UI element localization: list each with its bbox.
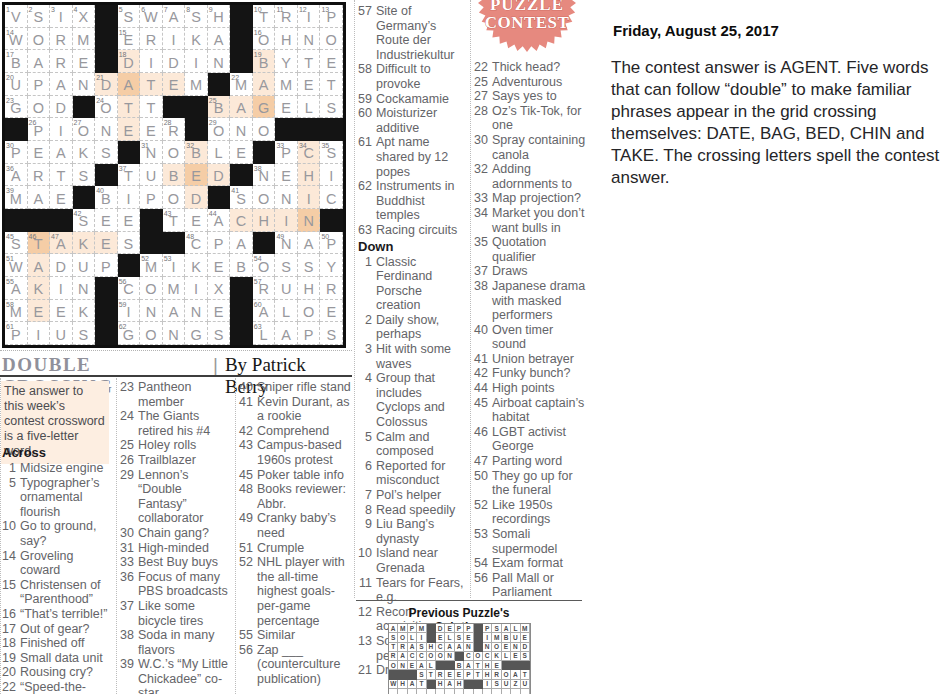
cell-number: 10 <box>254 5 262 14</box>
clue-text: Focus of many PBS broadcasts <box>138 570 232 599</box>
cell-r8c2: R <box>28 164 51 187</box>
cell-letter: S <box>191 9 201 25</box>
cell-r6c5: N <box>95 118 118 141</box>
clue-across-5: 5Typographer’s ornamental flourish <box>2 476 112 520</box>
clue-number: 59 <box>358 92 376 107</box>
prev-cell-r5c3: E <box>408 661 417 670</box>
cell-letter: O <box>145 327 156 343</box>
cell-r2c12: 16O <box>253 28 276 51</box>
prev-cell-r1c4: M <box>417 624 426 633</box>
clue-number: 38 <box>474 279 492 323</box>
cell-r3c10: N <box>208 50 231 73</box>
clue-number: 39 <box>120 657 138 694</box>
cell-letter: E <box>56 304 66 320</box>
clue-across-55: 55Similar <box>239 628 355 643</box>
cell-r3c5 <box>95 50 118 73</box>
clue-number: 15 <box>2 578 20 607</box>
cell-r13c5 <box>95 277 118 300</box>
clue-number: 14 <box>2 549 20 578</box>
cell-letter: T <box>327 77 336 93</box>
cell-letter: E <box>33 145 43 161</box>
clue-text: Typographer’s ornamental flourish <box>20 476 112 520</box>
cell-number: 50 <box>321 232 329 241</box>
cell-r1c14: 12I <box>298 5 321 28</box>
prev-cell-r6c10: T <box>474 670 483 679</box>
clue-number: 12 <box>358 605 376 634</box>
prev-cell-r6c7: E <box>445 670 454 679</box>
prev-cell-r2c7: L <box>445 633 454 642</box>
cell-r14c14: O <box>298 300 321 323</box>
prev-cell-r7c15: U <box>521 680 530 689</box>
cell-r8c10: D <box>208 164 231 187</box>
cell-r7c4: K <box>73 141 96 164</box>
prev-cell-r7c10 <box>474 680 483 689</box>
clue-text: Books reviewer: Abbr. <box>257 482 355 511</box>
clue-across-62: 62Instruments in Buddhist temples <box>358 179 468 223</box>
clue-text: Soda in many flavors <box>138 628 232 657</box>
cell-r13c10: X <box>208 277 231 300</box>
cell-r6c8: 28R <box>163 118 186 141</box>
cell-r1c10: 9H <box>208 5 231 28</box>
cell-number: 30 <box>6 141 14 150</box>
clue-down-9: 9Liu Bang’s dynasty <box>358 517 468 546</box>
clue-number: 22 <box>474 60 492 75</box>
clue-down-7: 7Pol’s helper <box>358 488 468 503</box>
cell-r4c14: E <box>298 73 321 96</box>
clue-across-43: 43Campus-based 1960s protest <box>239 438 355 467</box>
clue-text: Rousing cry? <box>20 665 112 680</box>
cell-r2c8: I <box>163 28 186 51</box>
cell-letter: H <box>258 213 268 229</box>
prev-cell-r1c13: A <box>502 624 511 633</box>
clue-text: Difficult to provoke <box>376 62 468 91</box>
cell-number: 21 <box>96 73 104 82</box>
clue-across-19: 19Small data unit <box>2 651 112 666</box>
cell-r2c7: R <box>140 28 163 51</box>
prev-cell-r5c11: H <box>483 661 492 670</box>
clue-number: 16 <box>2 607 20 622</box>
clue-text: Kevin Durant, as a rookie <box>257 395 355 424</box>
clue-text: Out of gear? <box>20 622 112 637</box>
clue-number: 35 <box>474 235 492 264</box>
prev-cell-r2c9: E <box>464 633 473 642</box>
cell-letter: I <box>126 191 130 207</box>
prev-cell-r4c13: L <box>502 652 511 661</box>
prev-cell-r3c10 <box>474 643 483 652</box>
cell-number: 3 <box>51 5 55 14</box>
cell-r6c2: 26P <box>28 118 51 141</box>
cell-number: 8 <box>186 5 190 14</box>
cell-r3c14: T <box>298 50 321 73</box>
prev-cell-r5c12: E <box>492 661 501 670</box>
clue-number: 25 <box>474 75 492 90</box>
across-header: Across <box>2 445 112 460</box>
cell-r8c4: S <box>73 164 96 187</box>
cell-letter: R <box>56 32 66 48</box>
cell-letter: E <box>281 100 291 116</box>
cell-number: 63 <box>254 322 262 331</box>
cell-r15c11 <box>230 322 253 345</box>
cell-letter: Y <box>281 55 291 71</box>
down-header: Down <box>358 239 468 254</box>
cell-r2c4: M <box>73 28 96 51</box>
previous-solution-clip: AMPMDEPPPSALMSOLIELSEIMBUETRASHCAANNOEND… <box>388 623 531 694</box>
cell-r9c6: I <box>118 186 141 209</box>
cell-r12c3: D <box>50 254 73 277</box>
clue-number: 56 <box>474 571 492 600</box>
clue-text: Pantheon member <box>138 380 232 409</box>
cell-number: 11 <box>276 5 283 14</box>
clue-number: 6 <box>358 459 376 488</box>
clue-number: 2 <box>358 313 376 342</box>
cell-r9c5: 40B <box>95 186 118 209</box>
clue-text: Group that includes Cyclops and Colossus <box>376 371 468 429</box>
prev-cell-r2c10 <box>474 633 483 642</box>
cell-letter: K <box>79 145 89 161</box>
clue-number: 20 <box>2 665 20 680</box>
cell-r9c12: O <box>253 186 276 209</box>
clue-across-42: 42Comprehend <box>239 424 355 439</box>
cell-r11c7 <box>140 232 163 255</box>
cell-letter: S <box>124 236 134 252</box>
prev-cell-r1c7: E <box>445 624 454 633</box>
cell-letter: P <box>33 77 43 93</box>
cell-letter: S <box>101 145 111 161</box>
column-divider <box>116 378 117 694</box>
prev-cell-r4c6: O <box>436 652 445 661</box>
cell-r15c3: U <box>50 322 73 345</box>
cell-r8c9: E <box>185 164 208 187</box>
previous-solution-grid: AMPMDEPPPSALMSOLIELSEIMBUETRASHCAANNOEND… <box>388 623 531 694</box>
cell-number: 33 <box>276 141 284 150</box>
prev-cell-r7c13: U <box>502 680 511 689</box>
cell-letter: Y <box>326 259 336 275</box>
prev-cell-r6c5: T <box>427 670 436 679</box>
prev-cell-r6c15: T <box>521 670 530 679</box>
across-clues-1: 1Midsize engine5Typographer’s ornamental… <box>2 461 112 694</box>
cell-r5c14: L <box>298 96 321 119</box>
cell-letter: E <box>191 213 201 229</box>
cell-r4c12: A <box>253 73 276 96</box>
cell-r12c15: Y <box>320 254 343 277</box>
cell-letter: I <box>59 281 63 297</box>
cell-r4c5: 21D <box>95 73 118 96</box>
previous-solution-rule <box>356 600 582 601</box>
prev-cell-r5c9: A <box>464 661 473 670</box>
cell-r11c15: 50P <box>320 232 343 255</box>
prev-cell-r4c8 <box>455 652 464 661</box>
cell-number: 22 <box>231 73 239 82</box>
cell-r3c3: R <box>50 50 73 73</box>
clue-down-10: 10Island near Grenada <box>358 546 468 575</box>
cell-letter: E <box>169 77 179 93</box>
cell-number: 35 <box>321 141 329 150</box>
prev-cell-r3c14: N <box>511 643 520 652</box>
cell-number: 48 <box>186 232 194 241</box>
cell-r6c11: N <box>230 118 253 141</box>
prev-cell-r4c12: K <box>492 652 501 661</box>
cell-number: 59 <box>119 300 127 309</box>
cell-r13c14: H <box>298 277 321 300</box>
cell-letter: K <box>191 259 201 275</box>
clue-number: 33 <box>474 191 492 206</box>
cell-r4c15: T <box>320 73 343 96</box>
prev-cell-r6c1 <box>389 670 398 679</box>
clue-text: They go up for the funeral <box>492 469 586 498</box>
cell-r1c2: 2S <box>28 5 51 28</box>
clue-down-56: 56Pall Mall or Parliament <box>474 571 586 600</box>
cell-r7c11: E <box>230 141 253 164</box>
cell-r6c15 <box>320 118 343 141</box>
clue-number: 7 <box>358 488 376 503</box>
cell-r4c4: N <box>73 73 96 96</box>
clue-number: 29 <box>120 468 138 526</box>
clue-across-36: 36Focus of many PBS broadcasts <box>120 570 232 599</box>
clue-across-33: 33Best Buy buys <box>120 555 232 570</box>
cell-letter: N <box>146 304 156 320</box>
clue-text: Map projection? <box>492 191 586 206</box>
cell-r5c12: G <box>253 96 276 119</box>
prev-cell-r4c2: A <box>398 652 407 661</box>
cell-r5c10: 25B <box>208 96 231 119</box>
cell-r15c8: N <box>163 322 186 345</box>
cell-letter: E <box>56 191 66 207</box>
clue-number: 28 <box>474 104 492 133</box>
clue-number: 10 <box>2 519 20 548</box>
cell-r4c6: A <box>118 73 141 96</box>
cell-number: 2 <box>29 5 33 14</box>
prev-cell-r7c5 <box>427 680 436 689</box>
cell-r7c15: 35S <box>320 141 343 164</box>
clue-text: Draws <box>492 264 586 279</box>
cell-r10c9: E <box>185 209 208 232</box>
across-clues-4: 57Site of Germany’s Route der Industriek… <box>358 4 468 238</box>
prev-cell-r2c14: U <box>511 633 520 642</box>
clue-number: 37 <box>120 599 138 628</box>
clue-number: 30 <box>120 526 138 541</box>
prev-cell-r5c14 <box>511 661 520 670</box>
prev-cell-r3c4: S <box>417 643 426 652</box>
cell-r15c4: S <box>73 322 96 345</box>
prev-cell-r7c11: I <box>483 680 492 689</box>
clue-text: Oven timer sound <box>492 323 586 352</box>
cell-letter: T <box>147 77 156 93</box>
prev-cell-r4c15: S <box>521 652 530 661</box>
cell-letter: S <box>326 100 336 116</box>
prev-cell-r8c12 <box>492 689 501 694</box>
clue-number: 32 <box>474 162 492 191</box>
prev-cell-r6c11: H <box>483 670 492 679</box>
prev-cell-r7c7: A <box>445 680 454 689</box>
clue-down-2: 2Daily show, perhaps <box>358 313 468 342</box>
cell-number: 29 <box>209 118 217 127</box>
clue-across-51: 51Crumple <box>239 541 355 556</box>
clue-text: Chain gang? <box>138 526 232 541</box>
cell-letter: A <box>169 304 179 320</box>
clue-across-41: 41Kevin Durant, as a rookie <box>239 395 355 424</box>
prev-cell-r6c3 <box>408 670 417 679</box>
cell-r8c11 <box>230 164 253 187</box>
cell-r3c8: D <box>163 50 186 73</box>
cell-r8c5 <box>95 164 118 187</box>
clue-down-4: 4Group that includes Cyclops and Colossu… <box>358 371 468 429</box>
clue-across-10: 10Go to ground, say? <box>2 519 112 548</box>
cell-number: 19 <box>254 50 262 59</box>
prev-cell-r3c6: C <box>436 643 445 652</box>
prev-cell-r8c2 <box>398 689 407 694</box>
cell-r6c13 <box>275 118 298 141</box>
clue-text: Moisturizer additive <box>376 106 468 135</box>
cell-letter: K <box>191 32 201 48</box>
clue-text: Daily show, perhaps <box>376 313 468 342</box>
cell-letter: E <box>214 304 224 320</box>
cell-number: 36 <box>6 164 14 173</box>
cell-r3c2: A <box>28 50 51 73</box>
clue-down-6: 6Reported for misconduct <box>358 459 468 488</box>
cell-number: 56 <box>119 277 127 286</box>
clue-number: 42 <box>239 424 257 439</box>
prev-cell-r8c5 <box>427 689 436 694</box>
clue-number: 52 <box>474 498 492 527</box>
cell-r2c11 <box>230 28 253 51</box>
cell-letter: E <box>304 77 314 93</box>
clue-across-63: 63Racing circuits <box>358 223 468 238</box>
cell-number: 53 <box>164 254 172 263</box>
cell-letter: L <box>305 100 313 116</box>
prev-cell-r2c4: I <box>417 633 426 642</box>
cell-letter: I <box>194 281 198 297</box>
clue-across-25: 25Holey rolls <box>120 438 232 453</box>
column-divider <box>354 0 355 598</box>
prev-cell-r3c11: N <box>483 643 492 652</box>
clue-number: 9 <box>358 517 376 546</box>
cell-number: 55 <box>6 277 14 286</box>
cell-r2c2: O <box>28 28 51 51</box>
cell-r10c6: E <box>118 209 141 232</box>
cell-letter: H <box>281 32 291 48</box>
cell-r9c15: C <box>320 186 343 209</box>
cell-r3c4: E <box>73 50 96 73</box>
cell-r1c15: 13P <box>320 5 343 28</box>
cell-r7c13: 33P <box>275 141 298 164</box>
prev-cell-r6c12: R <box>492 670 501 679</box>
cell-r8c13: E <box>275 164 298 187</box>
prev-cell-r6c13: O <box>502 670 511 679</box>
prev-cell-r1c9: P <box>464 624 473 633</box>
cell-letter: I <box>171 32 175 48</box>
clue-number: 45 <box>474 396 492 425</box>
prev-cell-r4c7: N <box>445 652 454 661</box>
clue-number: 23 <box>120 380 138 409</box>
prev-cell-r1c10 <box>474 624 483 633</box>
cell-letter: O <box>258 191 269 207</box>
cell-r11c1: 45S <box>5 232 28 255</box>
cell-letter: N <box>191 304 201 320</box>
cell-r11c3: 47A <box>50 232 73 255</box>
clue-down-38: 38Japanese drama with masked performers <box>474 279 586 323</box>
cell-letter: A <box>56 145 66 161</box>
clue-text: Quotation qualifier <box>492 235 586 264</box>
clue-text: Zap ___ (counterculture publication) <box>257 643 355 687</box>
clue-number: 48 <box>239 482 257 511</box>
cell-number: 12 <box>299 5 307 14</box>
clue-number: 41 <box>474 352 492 367</box>
prev-cell-r8c15 <box>521 689 530 694</box>
clue-number: 22 <box>2 680 20 694</box>
cell-r13c7: O <box>140 277 163 300</box>
cell-r14c7: N <box>140 300 163 323</box>
prev-cell-r4c14: E <box>511 652 520 661</box>
cell-number: 40 <box>96 186 104 195</box>
cell-r2c15: O <box>320 28 343 51</box>
prev-cell-r1c12: S <box>492 624 501 633</box>
clue-text: Site of Germany’s Route der Industriekul… <box>376 4 468 62</box>
cell-r11c10: P <box>208 232 231 255</box>
clue-number: 47 <box>474 454 492 469</box>
prev-cell-r6c6: R <box>436 670 445 679</box>
clue-across-58: 58Difficult to provoke <box>358 62 468 91</box>
cell-r11c5: E <box>95 232 118 255</box>
cell-r4c7: T <box>140 73 163 96</box>
prev-cell-r3c15: D <box>521 643 530 652</box>
prev-cell-r7c9 <box>464 680 473 689</box>
prev-cell-r4c11: C <box>483 652 492 661</box>
clue-across-26: 26Trailblazer <box>120 453 232 468</box>
cell-number: 60 <box>254 300 262 309</box>
cell-number: 37 <box>119 164 127 173</box>
prev-cell-r8c3 <box>408 689 417 694</box>
prev-cell-r8c8 <box>455 689 464 694</box>
prev-cell-r2c1: S <box>389 633 398 642</box>
clue-number: 63 <box>358 223 376 238</box>
clue-text: Cranky baby’s need <box>257 511 355 540</box>
clue-down-44: 44High points <box>474 381 586 396</box>
prev-cell-r3c12: O <box>492 643 501 652</box>
prev-cell-r6c8: E <box>455 670 464 679</box>
cell-r10c7 <box>140 209 163 232</box>
cell-r12c2: A <box>28 254 51 277</box>
clue-across-45: 45Poker table info <box>239 468 355 483</box>
clue-number: 37 <box>474 264 492 279</box>
cell-r2c10: A <box>208 28 231 51</box>
cell-r13c2: K <box>28 277 51 300</box>
cell-r11c14: A <box>298 232 321 255</box>
clue-text: Like some bicycle tires <box>138 599 232 628</box>
cell-r3c15: E <box>320 50 343 73</box>
prev-cell-r8c13 <box>502 689 511 694</box>
clue-number: 10 <box>358 546 376 575</box>
cell-letter: N <box>213 55 223 71</box>
prev-cell-r4c10: O <box>474 652 483 661</box>
cell-r8c3: T <box>50 164 73 187</box>
cell-r5c8 <box>163 96 186 119</box>
contest-explanation: The contest answer is AGENT. Five words … <box>611 57 947 189</box>
clue-number: 18 <box>2 636 20 651</box>
cell-r1c3: 3I <box>50 5 73 28</box>
cell-letter: E <box>33 304 43 320</box>
cell-number: 6 <box>141 5 145 14</box>
cell-r10c4: 42S <box>73 209 96 232</box>
cell-r13c12: 57R <box>253 277 276 300</box>
clue-down-8: 8Read speedily <box>358 503 468 518</box>
cell-r15c5 <box>95 322 118 345</box>
svg-text:CONTEST: CONTEST <box>485 13 570 32</box>
cell-letter: E <box>101 236 111 252</box>
clue-down-28: 28Oz’s Tik-Tok, for one <box>474 104 586 133</box>
title-bar: DOUBLE CROSSING | By Patrick Berry <box>0 350 352 377</box>
cell-letter: A <box>236 100 246 116</box>
clue-across-40: 40Sniper rifle stand <box>239 380 355 395</box>
